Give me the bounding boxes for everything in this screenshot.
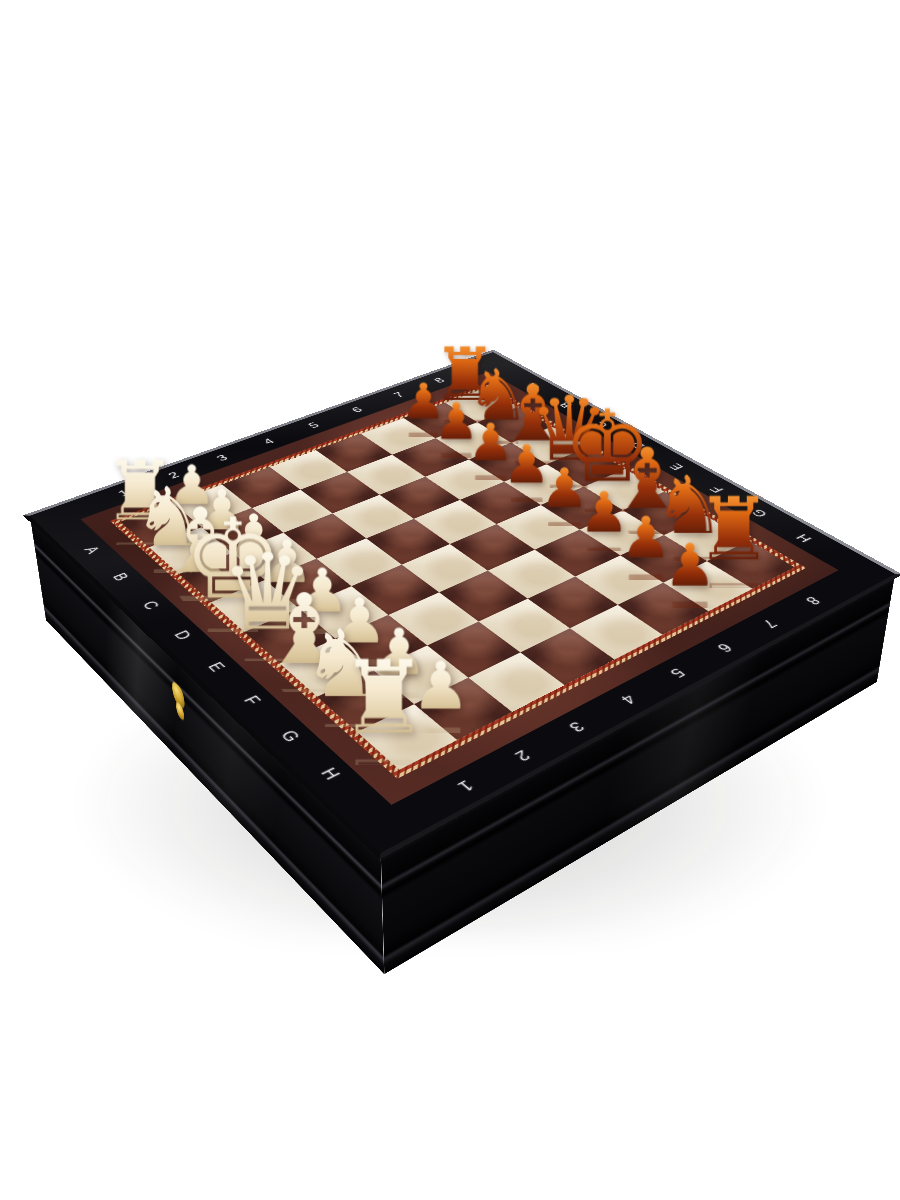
chess-casket: ♜♞♝♛♚♝♞♜♟♟♟♟♟♟♟♟♟♟♟♟♟♟♟♟♜♞♝♚♛♝♞♜ ABCDEFG… [30,352,895,853]
coord-label-4: 4 [243,427,296,457]
scene: ♜♞♝♛♚♝♞♜♟♟♟♟♟♟♟♟♟♟♟♟♟♟♟♟♜♞♝♚♛♝♞♜ ABCDEFG… [0,0,900,1200]
brass-latch[interactable] [169,677,189,729]
piece-amber-pawn-h7[interactable]: ♟ [664,536,717,595]
piece-cream-rook-h1[interactable]: ♜ [339,647,429,748]
board-top: ♜♞♝♛♚♝♞♜♟♟♟♟♟♟♟♟♟♟♟♟♟♟♟♟♜♞♝♚♛♝♞♜ ABCDEFG… [23,350,900,860]
product-photo: ♜♞♝♛♚♝♞♜♟♟♟♟♟♟♟♟♟♟♟♟♟♟♟♟♜♞♝♚♛♝♞♜ ABCDEFG… [0,0,900,1200]
